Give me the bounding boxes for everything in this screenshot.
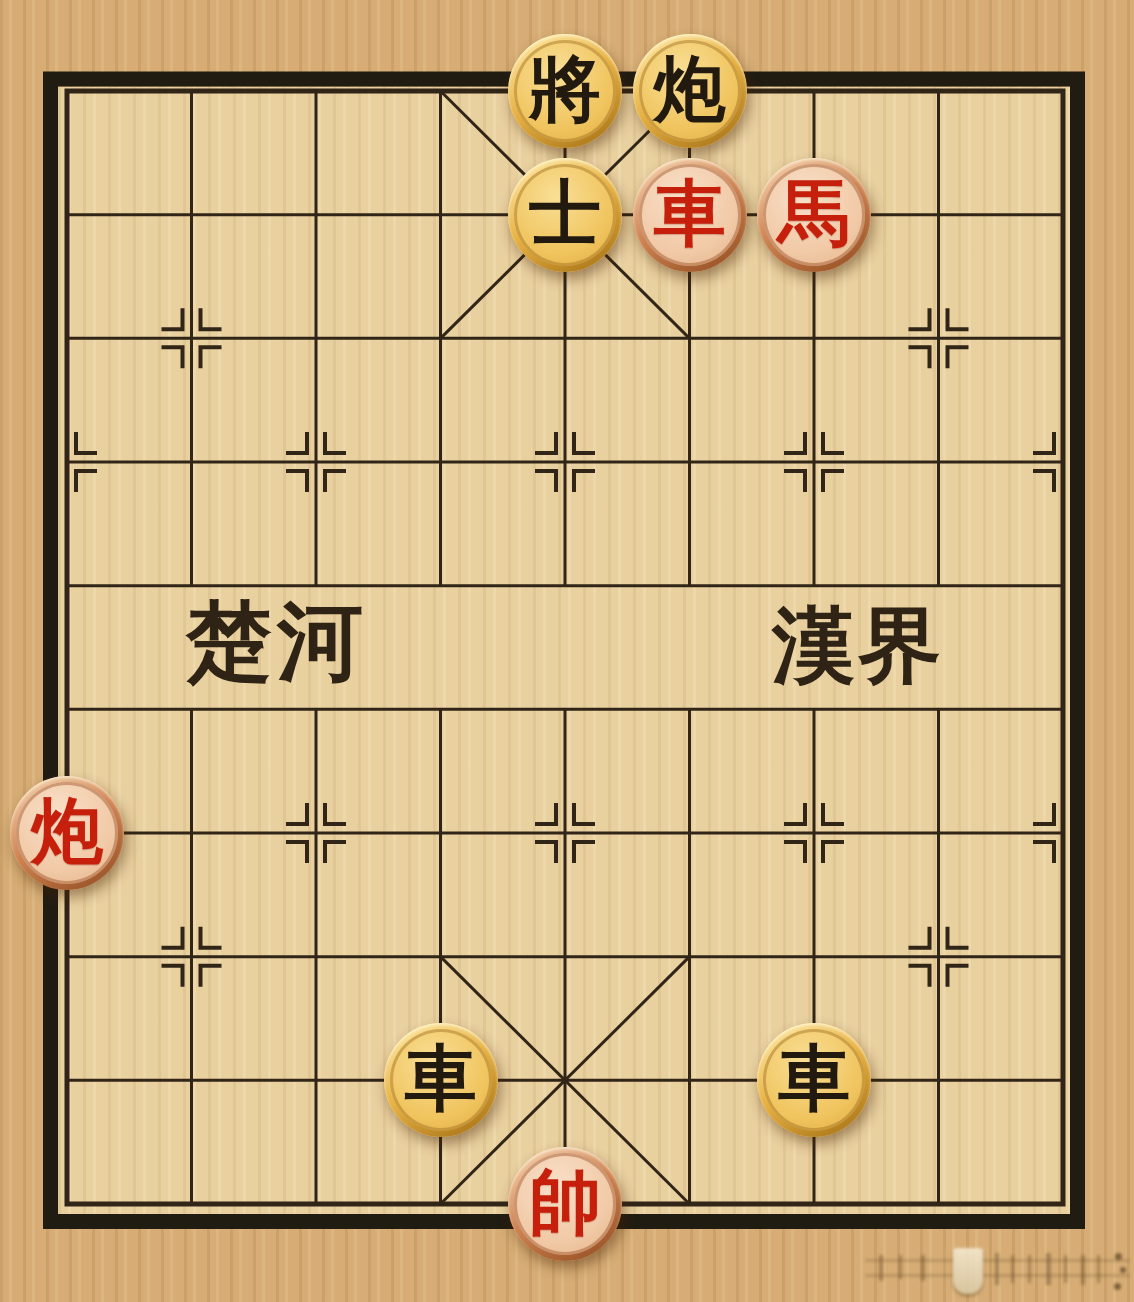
watermark-bar xyxy=(995,1253,999,1285)
pieces-layer: 將炮士車馬炮車車帥 xyxy=(0,0,1134,1302)
watermark-smudge xyxy=(865,1247,1130,1299)
piece-face: 車 xyxy=(763,1029,865,1131)
piece-face: 馬 xyxy=(763,164,865,266)
watermark-pill xyxy=(953,1248,983,1294)
piece-black-advisor[interactable]: 士 xyxy=(508,158,622,272)
piece-red-chariot[interactable]: 車 xyxy=(633,158,747,272)
piece-glyph: 炮 xyxy=(31,795,103,867)
piece-black-cannon[interactable]: 炮 xyxy=(633,34,747,148)
piece-glyph: 士 xyxy=(529,177,601,249)
watermark-bar xyxy=(1064,1255,1067,1283)
piece-glyph: 將 xyxy=(529,53,601,125)
watermark-bar xyxy=(1046,1253,1051,1285)
watermark-bar xyxy=(921,1255,925,1281)
piece-face: 車 xyxy=(390,1029,492,1131)
watermark-bar xyxy=(1011,1255,1014,1283)
watermark-dot xyxy=(1120,1267,1126,1273)
piece-face: 車 xyxy=(639,164,741,266)
piece-black-chariot-left[interactable]: 車 xyxy=(384,1023,498,1137)
piece-face: 將 xyxy=(514,40,616,142)
piece-glyph: 帥 xyxy=(529,1166,601,1238)
watermark-bar xyxy=(879,1255,883,1281)
xiangqi-app: 楚河 漢界 將炮士車馬炮車車帥 xyxy=(0,0,1134,1302)
piece-face: 士 xyxy=(514,164,616,266)
piece-face: 帥 xyxy=(514,1153,616,1255)
piece-black-general[interactable]: 將 xyxy=(508,34,622,148)
piece-face: 炮 xyxy=(639,40,741,142)
watermark-dot xyxy=(1115,1253,1122,1260)
watermark-bar xyxy=(899,1255,902,1279)
watermark-bar xyxy=(1097,1255,1100,1283)
watermark-bar xyxy=(1028,1255,1031,1283)
piece-glyph: 車 xyxy=(405,1042,477,1114)
piece-glyph: 炮 xyxy=(654,53,726,125)
piece-red-horse[interactable]: 馬 xyxy=(757,158,871,272)
piece-glyph: 車 xyxy=(654,177,726,249)
piece-black-chariot-right[interactable]: 車 xyxy=(757,1023,871,1137)
watermark-dot xyxy=(1114,1283,1121,1290)
piece-red-general[interactable]: 帥 xyxy=(508,1147,622,1261)
watermark-bar xyxy=(1081,1255,1085,1285)
piece-glyph: 車 xyxy=(778,1042,850,1114)
piece-face: 炮 xyxy=(16,782,118,884)
piece-red-cannon[interactable]: 炮 xyxy=(10,776,124,890)
piece-glyph: 馬 xyxy=(778,177,850,249)
